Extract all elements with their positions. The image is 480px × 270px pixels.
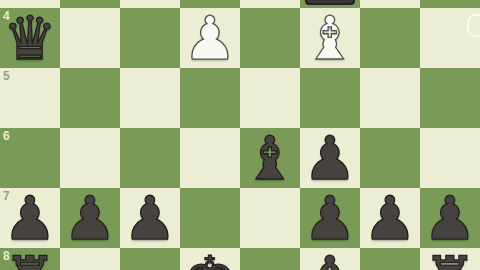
square-e4[interactable]: ♟ [180, 8, 240, 68]
square-f4[interactable] [120, 8, 180, 68]
square-f3[interactable] [120, 0, 180, 8]
square-d4[interactable] [240, 8, 300, 68]
square-g4[interactable] [60, 8, 120, 68]
square-a6[interactable] [420, 128, 480, 188]
square-d6[interactable]: ♝ [240, 128, 300, 188]
square-c8[interactable]: ♝ [300, 248, 360, 270]
square-e5[interactable] [180, 68, 240, 128]
square-g3[interactable] [60, 0, 120, 8]
black-bishop[interactable]: ♝ [240, 128, 300, 188]
black-pawn[interactable]: ♟ [60, 188, 120, 248]
square-d3[interactable] [240, 0, 300, 8]
chess-board: 4♛♟♝56♝♟7♟♟♟♟♟♟8♜♚♝♜ [0, 0, 480, 270]
square-g7[interactable]: ♟ [60, 188, 120, 248]
square-h8[interactable]: 8♜ [0, 248, 60, 270]
black-rook[interactable]: ♜ [0, 248, 60, 270]
black-queen[interactable]: ♛ [0, 8, 60, 68]
black-rook[interactable]: ♜ [420, 248, 480, 270]
square-a3[interactable] [420, 0, 480, 8]
square-b3[interactable] [360, 0, 420, 8]
black-bishop[interactable]: ♝ [300, 248, 360, 270]
square-g5[interactable] [60, 68, 120, 128]
square-a7[interactable]: ♟ [420, 188, 480, 248]
black-pawn[interactable]: ♟ [300, 188, 360, 248]
square-d5[interactable] [240, 68, 300, 128]
black-pawn[interactable]: ♟ [300, 128, 360, 188]
square-f7[interactable]: ♟ [120, 188, 180, 248]
chess-app-screen: 4♛♟♝56♝♟7♟♟♟♟♟♟8♜♚♝♜ [0, 0, 480, 270]
square-g6[interactable] [60, 128, 120, 188]
square-b5[interactable] [360, 68, 420, 128]
black-pawn[interactable]: ♟ [120, 188, 180, 248]
black-pawn[interactable]: ♟ [360, 188, 420, 248]
square-e6[interactable] [180, 128, 240, 188]
square-f6[interactable] [120, 128, 180, 188]
square-c4[interactable]: ♝ [300, 8, 360, 68]
black-pawn[interactable]: ♟ [420, 188, 480, 248]
square-b4[interactable] [360, 8, 420, 68]
square-a5[interactable] [420, 68, 480, 128]
square-c7[interactable]: ♟ [300, 188, 360, 248]
square-c5[interactable] [300, 68, 360, 128]
square-h5[interactable]: 5 [0, 68, 60, 128]
square-f5[interactable] [120, 68, 180, 128]
square-e7[interactable] [180, 188, 240, 248]
square-d7[interactable] [240, 188, 300, 248]
rank-label-6: 6 [3, 129, 10, 143]
square-h6[interactable]: 6 [0, 128, 60, 188]
white-pawn[interactable]: ♟ [180, 8, 240, 68]
square-a8[interactable]: ♜ [420, 248, 480, 270]
square-d8[interactable] [240, 248, 300, 270]
black-king[interactable]: ♚ [180, 248, 240, 270]
square-h7[interactable]: 7♟ [0, 188, 60, 248]
square-b6[interactable] [360, 128, 420, 188]
square-b7[interactable]: ♟ [360, 188, 420, 248]
black-pawn[interactable]: ♟ [0, 188, 60, 248]
square-h4[interactable]: 4♛ [0, 8, 60, 68]
white-bishop[interactable]: ♝ [300, 8, 360, 68]
white-card-edge-sliver [467, 14, 480, 37]
square-c6[interactable]: ♟ [300, 128, 360, 188]
square-e8[interactable]: ♚ [180, 248, 240, 270]
